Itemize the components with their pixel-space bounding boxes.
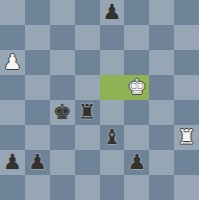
white-pawn-piece[interactable]: ♟ (3, 50, 22, 75)
square-c4[interactable]: ♚ (50, 100, 75, 125)
square-b2[interactable]: ♟ (25, 150, 50, 175)
square-c7[interactable] (50, 25, 75, 50)
square-e4[interactable] (100, 100, 125, 125)
square-g6[interactable] (149, 50, 174, 75)
black-rook-piece[interactable]: ♜ (78, 100, 97, 125)
square-f3[interactable] (124, 125, 149, 150)
square-c6[interactable] (50, 50, 75, 75)
square-h3[interactable]: ♜ (174, 125, 199, 150)
square-f7[interactable] (124, 25, 149, 50)
square-e1[interactable] (100, 175, 125, 200)
square-d5[interactable] (75, 75, 100, 100)
square-h2[interactable] (174, 150, 199, 175)
square-h8[interactable] (174, 0, 199, 25)
square-g3[interactable] (149, 125, 174, 150)
square-c1[interactable] (50, 175, 75, 200)
chess-board: ♟♟♚♚♜♝♜♟♟♟ (0, 0, 199, 200)
square-a4[interactable] (0, 100, 25, 125)
black-pawn-piece[interactable]: ♟ (3, 150, 22, 175)
square-c8[interactable] (50, 0, 75, 25)
white-rook-piece[interactable]: ♜ (177, 125, 196, 150)
square-a5[interactable] (0, 75, 25, 100)
square-b6[interactable] (25, 50, 50, 75)
square-h4[interactable] (174, 100, 199, 125)
black-king-piece[interactable]: ♚ (53, 100, 72, 125)
square-d2[interactable] (75, 150, 100, 175)
square-a1[interactable] (0, 175, 25, 200)
square-g1[interactable] (149, 175, 174, 200)
square-g5[interactable] (149, 75, 174, 100)
square-a3[interactable] (0, 125, 25, 150)
square-b8[interactable] (25, 0, 50, 25)
white-king-piece[interactable]: ♚ (127, 75, 146, 100)
square-g4[interactable] (149, 100, 174, 125)
square-e8[interactable]: ♟ (100, 0, 125, 25)
black-pawn-piece[interactable]: ♟ (28, 150, 47, 175)
square-e3[interactable]: ♝ (100, 125, 125, 150)
square-e2[interactable] (100, 150, 125, 175)
square-e6[interactable] (100, 50, 125, 75)
square-b4[interactable] (25, 100, 50, 125)
square-g2[interactable] (149, 150, 174, 175)
square-f1[interactable] (124, 175, 149, 200)
square-e5[interactable] (100, 75, 125, 100)
square-f5[interactable]: ♚ (124, 75, 149, 100)
square-a6[interactable]: ♟ (0, 50, 25, 75)
square-h5[interactable] (174, 75, 199, 100)
square-g7[interactable] (149, 25, 174, 50)
square-d4[interactable]: ♜ (75, 100, 100, 125)
square-f4[interactable] (124, 100, 149, 125)
square-d6[interactable] (75, 50, 100, 75)
square-g8[interactable] (149, 0, 174, 25)
black-bishop-piece[interactable]: ♝ (103, 125, 122, 150)
black-pawn-piece[interactable]: ♟ (103, 0, 122, 25)
square-c2[interactable] (50, 150, 75, 175)
square-d8[interactable] (75, 0, 100, 25)
square-b7[interactable] (25, 25, 50, 50)
square-f6[interactable] (124, 50, 149, 75)
square-d1[interactable] (75, 175, 100, 200)
square-a2[interactable]: ♟ (0, 150, 25, 175)
square-a7[interactable] (0, 25, 25, 50)
square-h7[interactable] (174, 25, 199, 50)
square-d7[interactable] (75, 25, 100, 50)
square-h1[interactable] (174, 175, 199, 200)
square-b3[interactable] (25, 125, 50, 150)
square-c3[interactable] (50, 125, 75, 150)
square-b1[interactable] (25, 175, 50, 200)
square-f2[interactable]: ♟ (124, 150, 149, 175)
square-f8[interactable] (124, 0, 149, 25)
square-d3[interactable] (75, 125, 100, 150)
square-a8[interactable] (0, 0, 25, 25)
square-b5[interactable] (25, 75, 50, 100)
black-pawn-piece[interactable]: ♟ (127, 150, 146, 175)
square-c5[interactable] (50, 75, 75, 100)
square-e7[interactable] (100, 25, 125, 50)
square-h6[interactable] (174, 50, 199, 75)
